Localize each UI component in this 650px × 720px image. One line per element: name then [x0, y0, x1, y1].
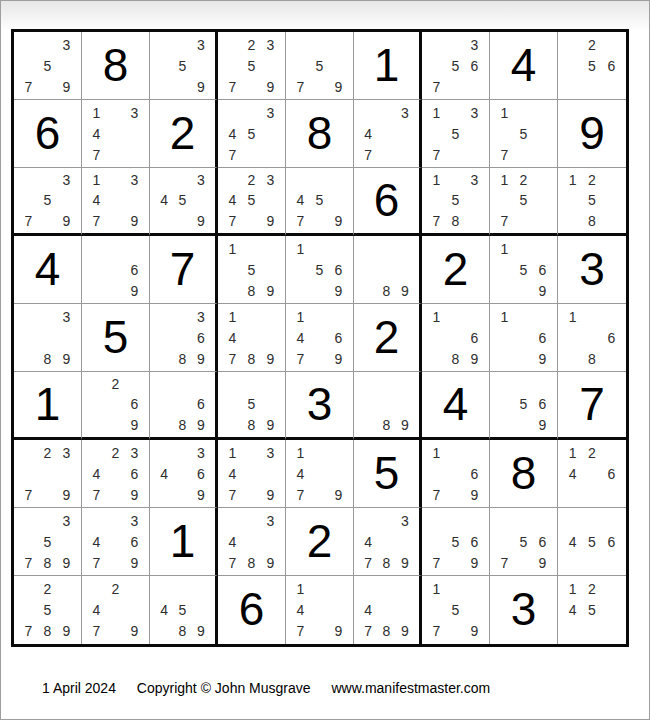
pencil-mark-6: 6 [602, 327, 621, 348]
solved-digit: 4 [443, 381, 469, 429]
pencil-mark-2: 2 [514, 170, 533, 190]
pencil-mark-1: 1 [495, 238, 514, 259]
cell-r8c6[interactable]: 34789 [354, 508, 422, 576]
pencil-mark-5: 5 [242, 123, 261, 144]
pencil-mark-4: 4 [87, 123, 106, 144]
cell-r7c3[interactable]: 3469 [150, 440, 218, 508]
pencil-mark-9: 9 [192, 415, 210, 435]
pencil-mark-3: 3 [261, 510, 280, 531]
cell-r5c8[interactable]: 169 [490, 304, 558, 372]
cell-r2c4[interactable]: 3457 [218, 100, 286, 168]
pencil-mark-9: 9 [396, 280, 414, 301]
pencil-mark-6: 6 [192, 394, 210, 414]
cell-r9c2[interactable]: 2479 [82, 576, 150, 644]
pencil-mark-7: 7 [223, 552, 242, 573]
pencil-mark-9: 9 [329, 280, 348, 301]
pencil-mark-3: 3 [125, 442, 144, 463]
pencil-mark-1: 1 [563, 170, 582, 190]
cell-r1c7[interactable]: 3567 [422, 32, 490, 100]
pencil-mark-9: 9 [125, 415, 144, 435]
pencil-marks: 1479 [286, 576, 353, 644]
pencil-mark-9: 9 [396, 552, 414, 573]
pencil-mark-5: 5 [446, 55, 465, 76]
cell-r3c3[interactable]: 3459 [150, 168, 218, 236]
cell-r1c3[interactable]: 359 [150, 32, 218, 100]
cell-r7c6[interactable]: 5 [354, 440, 422, 508]
pencil-marks: 1679 [422, 440, 489, 507]
cell-r3c6[interactable]: 6 [354, 168, 422, 236]
pencil-mark-1: 1 [495, 306, 514, 327]
pencil-mark-9: 9 [261, 552, 280, 573]
pencil-mark-9: 9 [533, 552, 552, 573]
pencil-marks: 3457 [218, 100, 285, 167]
pencil-marks: 34789 [354, 508, 419, 575]
pencil-mark-9: 9 [465, 621, 484, 642]
cell-r7c1[interactable]: 2379 [14, 440, 82, 508]
pencil-mark-3: 3 [57, 442, 76, 463]
pencil-mark-7: 7 [223, 348, 242, 369]
cell-r1c1[interactable]: 3579 [14, 32, 82, 100]
cell-r2c2[interactable]: 1347 [82, 100, 150, 168]
cell-r4c6[interactable]: 89 [354, 236, 422, 304]
pencil-mark-6: 6 [602, 531, 621, 552]
pencil-mark-5: 5 [514, 123, 533, 144]
pencil-mark-2: 2 [38, 578, 57, 599]
pencil-mark-7: 7 [359, 144, 377, 165]
cell-r5c1[interactable]: 389 [14, 304, 82, 372]
cell-r4c2[interactable]: 69 [82, 236, 150, 304]
pencil-mark-7: 7 [427, 552, 446, 573]
cell-r3c5[interactable]: 4579 [286, 168, 354, 236]
pencil-mark-7: 7 [291, 348, 310, 369]
pencil-marks: 14789 [218, 304, 285, 371]
solved-digit: 2 [443, 246, 469, 294]
solved-digit: 8 [103, 42, 129, 90]
pencil-marks: 2379 [14, 440, 81, 507]
pencil-mark-4: 4 [223, 327, 242, 348]
pencil-mark-5: 5 [582, 55, 601, 76]
solved-digit: 3 [579, 246, 605, 294]
pencil-mark-9: 9 [465, 348, 484, 369]
pencil-mark-9: 9 [261, 76, 280, 97]
solved-digit: 2 [374, 314, 400, 362]
pencil-mark-4: 4 [359, 599, 377, 620]
pencil-mark-4: 4 [155, 463, 173, 484]
pencil-mark-4: 4 [359, 123, 377, 144]
cell-r8c4[interactable]: 34789 [218, 508, 286, 576]
cell-r6c1[interactable]: 1 [14, 372, 82, 440]
pencil-mark-6: 6 [533, 327, 552, 348]
pencil-mark-7: 7 [359, 621, 377, 642]
pencil-mark-8: 8 [173, 415, 191, 435]
pencil-mark-1: 1 [495, 170, 514, 190]
pencil-mark-6: 6 [533, 394, 552, 414]
cell-r2c9[interactable]: 9 [558, 100, 626, 168]
cell-r2c5[interactable]: 8 [286, 100, 354, 168]
cell-r7c8[interactable]: 8 [490, 440, 558, 508]
cell-r4c3[interactable]: 7 [150, 236, 218, 304]
pencil-marks: 4789 [354, 576, 419, 644]
pencil-mark-9: 9 [192, 484, 210, 505]
pencil-mark-7: 7 [223, 211, 242, 231]
cell-r5c9[interactable]: 168 [558, 304, 626, 372]
pencil-mark-2: 2 [582, 34, 601, 55]
cell-r5c3[interactable]: 3689 [150, 304, 218, 372]
cell-r7c4[interactable]: 13479 [218, 440, 286, 508]
pencil-mark-9: 9 [396, 415, 414, 435]
pencil-mark-7: 7 [87, 552, 106, 573]
pencil-marks: 1479 [286, 440, 353, 507]
pencil-mark-5: 5 [514, 394, 533, 414]
pencil-marks: 13479 [218, 440, 285, 507]
pencil-mark-7: 7 [19, 552, 38, 573]
solved-digit: 2 [170, 110, 196, 158]
solved-digit: 7 [170, 246, 196, 294]
pencil-mark-9: 9 [533, 280, 552, 301]
solved-digit: 8 [307, 110, 333, 158]
pencil-mark-7: 7 [427, 211, 446, 231]
pencil-mark-1: 1 [223, 306, 242, 327]
pencil-mark-9: 9 [125, 621, 144, 642]
pencil-mark-5: 5 [446, 531, 465, 552]
pencil-mark-7: 7 [291, 211, 310, 231]
cell-r5c2[interactable]: 5 [82, 304, 150, 372]
pencil-marks: 168 [558, 304, 626, 371]
pencil-mark-3: 3 [261, 34, 280, 55]
pencil-mark-5: 5 [38, 599, 57, 620]
cell-r6c8[interactable]: 569 [490, 372, 558, 440]
pencil-mark-8: 8 [242, 415, 261, 435]
cell-r6c4[interactable]: 589 [218, 372, 286, 440]
pencil-mark-6: 6 [465, 327, 484, 348]
pencil-mark-3: 3 [57, 306, 76, 327]
cell-r3c2[interactable]: 13479 [82, 168, 150, 236]
cell-r3c4[interactable]: 234579 [218, 168, 286, 236]
pencil-mark-2: 2 [106, 374, 125, 394]
pencil-mark-1: 1 [427, 170, 446, 190]
cell-r9c8[interactable]: 3 [490, 576, 558, 644]
cell-r2c1[interactable]: 6 [14, 100, 82, 168]
solved-digit: 5 [374, 450, 400, 498]
cell-r6c6[interactable]: 89 [354, 372, 422, 440]
cell-r9c7[interactable]: 1579 [422, 576, 490, 644]
pencil-mark-2: 2 [106, 442, 125, 463]
solved-digit: 4 [511, 42, 537, 90]
pencil-mark-9: 9 [192, 348, 210, 369]
pencil-mark-7: 7 [495, 552, 514, 573]
cell-r5c6[interactable]: 2 [354, 304, 422, 372]
pencil-mark-5: 5 [446, 190, 465, 210]
cell-r9c9[interactable]: 1245 [558, 576, 626, 644]
pencil-mark-2: 2 [106, 578, 125, 599]
pencil-mark-5: 5 [582, 531, 601, 552]
solved-digit: 4 [35, 246, 61, 294]
pencil-mark-5: 5 [446, 599, 465, 620]
pencil-mark-8: 8 [582, 348, 601, 369]
pencil-marks: 569 [490, 372, 557, 437]
pencil-marks: 4579 [286, 168, 353, 233]
cell-r9c1[interactable]: 25789 [14, 576, 82, 644]
pencil-mark-3: 3 [396, 102, 414, 123]
pencil-mark-4: 4 [291, 599, 310, 620]
pencil-mark-2: 2 [582, 578, 601, 599]
pencil-mark-8: 8 [446, 348, 465, 369]
pencil-mark-8: 8 [582, 211, 601, 231]
pencil-mark-4: 4 [291, 463, 310, 484]
pencil-mark-6: 6 [533, 259, 552, 280]
pencil-marks: 35789 [14, 508, 81, 575]
pencil-mark-9: 9 [57, 348, 76, 369]
pencil-mark-3: 3 [465, 170, 484, 190]
pencil-mark-1: 1 [427, 578, 446, 599]
pencil-mark-9: 9 [57, 76, 76, 97]
pencil-mark-4: 4 [291, 190, 310, 210]
cell-r1c8[interactable]: 4 [490, 32, 558, 100]
pencil-mark-3: 3 [57, 34, 76, 55]
pencil-mark-5: 5 [582, 190, 601, 210]
cell-r6c5[interactable]: 3 [286, 372, 354, 440]
cell-r2c8[interactable]: 157 [490, 100, 558, 168]
pencil-marks: 347 [354, 100, 419, 167]
cell-r1c6[interactable]: 1 [354, 32, 422, 100]
cell-r7c9[interactable]: 1246 [558, 440, 626, 508]
pencil-mark-7: 7 [223, 484, 242, 505]
pencil-mark-6: 6 [602, 55, 621, 76]
cell-r2c7[interactable]: 1357 [422, 100, 490, 168]
pencil-marks: 3689 [150, 304, 215, 371]
pencil-mark-8: 8 [242, 348, 261, 369]
cell-r3c7[interactable]: 13578 [422, 168, 490, 236]
cell-r4c7[interactable]: 2 [422, 236, 490, 304]
pencil-mark-6: 6 [125, 531, 144, 552]
pencil-mark-7: 7 [223, 144, 242, 165]
cell-r4c9[interactable]: 3 [558, 236, 626, 304]
footer-copyright: Copyright © John Musgrave [137, 680, 311, 696]
cell-r8c2[interactable]: 34679 [82, 508, 150, 576]
cell-r1c5[interactable]: 579 [286, 32, 354, 100]
pencil-marks: 3469 [150, 440, 215, 507]
pencil-mark-3: 3 [261, 170, 280, 190]
cell-r1c2[interactable]: 8 [82, 32, 150, 100]
pencil-mark-9: 9 [329, 211, 348, 231]
cell-r3c9[interactable]: 1258 [558, 168, 626, 236]
pencil-marks: 3567 [422, 32, 489, 99]
cell-r2c6[interactable]: 347 [354, 100, 422, 168]
pencil-mark-5: 5 [514, 531, 533, 552]
pencil-mark-9: 9 [125, 552, 144, 573]
cell-r6c2[interactable]: 269 [82, 372, 150, 440]
pencil-mark-9: 9 [125, 280, 144, 301]
cell-r4c1[interactable]: 4 [14, 236, 82, 304]
solved-digit: 3 [307, 381, 333, 429]
solved-digit: 1 [35, 381, 61, 429]
pencil-mark-6: 6 [125, 394, 144, 414]
pencil-mark-6: 6 [192, 327, 210, 348]
pencil-mark-5: 5 [38, 531, 57, 552]
cell-r7c2[interactable]: 234679 [82, 440, 150, 508]
cell-r7c7[interactable]: 1679 [422, 440, 490, 508]
pencil-mark-5: 5 [38, 190, 57, 210]
cell-r4c4[interactable]: 1589 [218, 236, 286, 304]
pencil-mark-7: 7 [427, 144, 446, 165]
cell-r8c9[interactable]: 456 [558, 508, 626, 576]
pencil-mark-4: 4 [87, 463, 106, 484]
pencil-marks: 34789 [218, 508, 285, 575]
pencil-marks: 1347 [82, 100, 149, 167]
pencil-mark-3: 3 [57, 510, 76, 531]
pencil-mark-8: 8 [377, 552, 395, 573]
pencil-marks: 234679 [82, 440, 149, 507]
pencil-mark-2: 2 [582, 170, 601, 190]
pencil-marks: 579 [286, 32, 353, 99]
pencil-mark-1: 1 [427, 102, 446, 123]
pencil-mark-5: 5 [582, 599, 601, 620]
pencil-marks: 1569 [286, 236, 353, 303]
pencil-mark-6: 6 [465, 531, 484, 552]
pencil-marks: 269 [82, 372, 149, 437]
footer-website: www.manifestmaster.com [331, 680, 490, 696]
cell-r7c5[interactable]: 1479 [286, 440, 354, 508]
pencil-marks: 25789 [14, 576, 81, 644]
cell-r5c7[interactable]: 1689 [422, 304, 490, 372]
pencil-mark-4: 4 [155, 190, 173, 210]
cell-r4c5[interactable]: 1569 [286, 236, 354, 304]
cell-r9c4[interactable]: 6 [218, 576, 286, 644]
pencil-marks: 1689 [422, 304, 489, 371]
pencil-mark-4: 4 [155, 599, 173, 620]
pencil-mark-9: 9 [261, 415, 280, 435]
cell-r1c4[interactable]: 23579 [218, 32, 286, 100]
pencil-mark-5: 5 [242, 259, 261, 280]
solved-digit: 9 [579, 110, 605, 158]
footer: 1 April 2024 Copyright © John Musgrave w… [42, 680, 490, 696]
solved-digit: 1 [374, 42, 400, 90]
pencil-mark-7: 7 [291, 484, 310, 505]
pencil-mark-6: 6 [602, 463, 621, 484]
cell-r6c9[interactable]: 7 [558, 372, 626, 440]
pencil-marks: 389 [14, 304, 81, 371]
pencil-mark-1: 1 [291, 442, 310, 463]
cell-r1c9[interactable]: 256 [558, 32, 626, 100]
solved-digit: 6 [239, 586, 265, 634]
pencil-marks: 3579 [14, 32, 81, 99]
pencil-mark-4: 4 [87, 190, 106, 210]
pencil-mark-4: 4 [359, 531, 377, 552]
pencil-mark-7: 7 [19, 621, 38, 642]
pencil-mark-2: 2 [242, 34, 261, 55]
pencil-mark-5: 5 [514, 259, 533, 280]
pencil-mark-7: 7 [291, 621, 310, 642]
pencil-mark-1: 1 [563, 306, 582, 327]
solved-digit: 3 [511, 586, 537, 634]
solved-digit: 5 [103, 314, 129, 362]
pencil-marks: 456 [558, 508, 626, 575]
pencil-marks: 1257 [490, 168, 557, 233]
pencil-mark-3: 3 [261, 442, 280, 463]
solved-digit: 1 [170, 518, 196, 566]
pencil-mark-7: 7 [495, 211, 514, 231]
cell-r8c7[interactable]: 5679 [422, 508, 490, 576]
pencil-mark-6: 6 [465, 55, 484, 76]
pencil-marks: 13578 [422, 168, 489, 233]
pencil-mark-8: 8 [446, 211, 465, 231]
cell-r6c3[interactable]: 689 [150, 372, 218, 440]
pencil-mark-1: 1 [87, 170, 106, 190]
pencil-marks: 1357 [422, 100, 489, 167]
pencil-mark-5: 5 [514, 190, 533, 210]
pencil-mark-4: 4 [223, 531, 242, 552]
pencil-marks: 359 [150, 32, 215, 99]
pencil-marks: 69 [82, 236, 149, 303]
pencil-mark-9: 9 [261, 211, 280, 231]
solved-digit: 7 [579, 381, 605, 429]
pencil-mark-7: 7 [291, 76, 310, 97]
footer-date: 1 April 2024 [42, 680, 116, 696]
pencil-mark-3: 3 [192, 306, 210, 327]
pencil-mark-3: 3 [192, 442, 210, 463]
cell-r3c8[interactable]: 1257 [490, 168, 558, 236]
pencil-mark-4: 4 [563, 463, 582, 484]
solved-digit: 6 [374, 177, 400, 225]
pencil-mark-5: 5 [446, 123, 465, 144]
pencil-mark-7: 7 [19, 211, 38, 231]
pencil-marks: 13479 [82, 168, 149, 233]
cell-r9c5[interactable]: 1479 [286, 576, 354, 644]
cell-r9c6[interactable]: 4789 [354, 576, 422, 644]
pencil-mark-9: 9 [465, 552, 484, 573]
pencil-mark-1: 1 [427, 442, 446, 463]
pencil-marks: 5679 [422, 508, 489, 575]
cell-r9c3[interactable]: 4589 [150, 576, 218, 644]
pencil-mark-5: 5 [310, 259, 329, 280]
pencil-mark-2: 2 [38, 442, 57, 463]
cell-r8c5[interactable]: 2 [286, 508, 354, 576]
pencil-mark-4: 4 [223, 190, 242, 210]
pencil-mark-3: 3 [261, 102, 280, 123]
cell-r8c8[interactable]: 5679 [490, 508, 558, 576]
cell-r4c8[interactable]: 1569 [490, 236, 558, 304]
pencil-marks: 3579 [14, 168, 81, 233]
pencil-mark-9: 9 [533, 415, 552, 435]
pencil-mark-4: 4 [291, 327, 310, 348]
cell-r8c3[interactable]: 1 [150, 508, 218, 576]
cell-r5c5[interactable]: 14679 [286, 304, 354, 372]
cell-r3c1[interactable]: 3579 [14, 168, 82, 236]
pencil-mark-5: 5 [242, 394, 261, 414]
pencil-marks: 689 [150, 372, 215, 437]
pencil-mark-7: 7 [87, 484, 106, 505]
pencil-mark-3: 3 [57, 170, 76, 190]
pencil-marks: 157 [490, 100, 557, 167]
pencil-mark-7: 7 [87, 144, 106, 165]
pencil-mark-1: 1 [563, 442, 582, 463]
cell-r5c4[interactable]: 14789 [218, 304, 286, 372]
pencil-mark-1: 1 [291, 238, 310, 259]
solved-digit: 6 [35, 110, 61, 158]
cell-r8c1[interactable]: 35789 [14, 508, 82, 576]
cell-r6c7[interactable]: 4 [422, 372, 490, 440]
pencil-mark-3: 3 [192, 170, 210, 190]
pencil-mark-1: 1 [427, 306, 446, 327]
pencil-mark-6: 6 [329, 327, 348, 348]
cell-r2c3[interactable]: 2 [150, 100, 218, 168]
pencil-marks: 89 [354, 236, 419, 303]
pencil-mark-4: 4 [563, 531, 582, 552]
pencil-mark-9: 9 [396, 621, 414, 642]
pencil-mark-7: 7 [427, 621, 446, 642]
pencil-mark-6: 6 [465, 463, 484, 484]
pencil-mark-9: 9 [261, 348, 280, 369]
